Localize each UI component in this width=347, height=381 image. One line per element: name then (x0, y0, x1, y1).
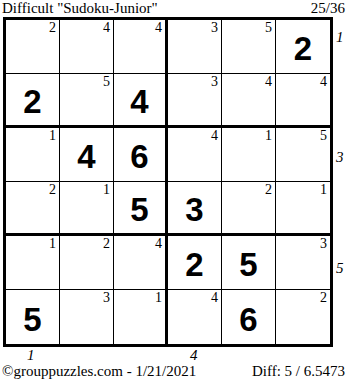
corner-clue: 4 (320, 74, 327, 89)
cell-r4c5[interactable]: 2 (222, 182, 276, 236)
corner-clue: 3 (211, 74, 218, 89)
row-label-5: 5 (336, 261, 344, 276)
given-digit: 4 (77, 140, 95, 173)
cell-r1c6[interactable]: 2 (276, 20, 330, 74)
cell-r4c6[interactable]: 1 (276, 182, 330, 236)
cell-r6c6[interactable]: 2 (276, 290, 330, 344)
corner-clue: 4 (155, 20, 162, 35)
cell-r3c5[interactable]: 1 (222, 128, 276, 182)
given-digit: 6 (130, 140, 148, 173)
cell-r1c3[interactable]: 4 (114, 20, 168, 74)
cell-r5c2[interactable]: 2 (60, 236, 114, 290)
corner-clue: 3 (320, 236, 327, 251)
page-title: Difficult "Sudoku-Junior" (2, 0, 158, 16)
given-digit: 2 (23, 85, 41, 118)
corner-clue: 3 (103, 290, 110, 305)
corner-clue: 2 (103, 236, 110, 251)
cell-r4c4[interactable]: 3 (168, 182, 222, 236)
sudoku-grid: 244352254344146415215321124253531462 (3, 17, 333, 347)
cell-r5c5[interactable]: 5 (222, 236, 276, 290)
cell-r3c1[interactable]: 1 (6, 128, 60, 182)
corner-clue: 4 (211, 128, 218, 143)
difficulty-text: Diff: 5 / 6.5473 (252, 363, 345, 379)
given-digit: 3 (185, 193, 203, 226)
given-digit: 2 (185, 248, 203, 281)
cell-r1c2[interactable]: 4 (60, 20, 114, 74)
cell-r3c4[interactable]: 4 (168, 128, 222, 182)
cell-r5c1[interactable]: 1 (6, 236, 60, 290)
corner-clue: 2 (320, 290, 327, 305)
cell-r5c6[interactable]: 3 (276, 236, 330, 290)
corner-clue: 5 (265, 20, 272, 35)
cell-r4c2[interactable]: 1 (60, 182, 114, 236)
corner-clue: 1 (49, 236, 56, 251)
given-digit: 6 (239, 303, 257, 336)
corner-clue: 1 (320, 182, 327, 197)
cell-r3c2[interactable]: 4 (60, 128, 114, 182)
corner-clue: 1 (49, 128, 56, 143)
cell-r5c3[interactable]: 4 (114, 236, 168, 290)
col-label-4: 4 (190, 348, 198, 363)
cell-r1c1[interactable]: 2 (6, 20, 60, 74)
corner-clue: 2 (49, 182, 56, 197)
corner-clue: 1 (155, 290, 162, 305)
cell-r4c1[interactable]: 2 (6, 182, 60, 236)
cell-r6c3[interactable]: 1 (114, 290, 168, 344)
given-digit: 4 (130, 85, 148, 118)
cell-r3c6[interactable]: 5 (276, 128, 330, 182)
corner-clue: 4 (103, 20, 110, 35)
cell-r3c3[interactable]: 6 (114, 128, 168, 182)
corner-clue: 1 (103, 182, 110, 197)
corner-clue: 1 (265, 128, 272, 143)
cell-r1c5[interactable]: 5 (222, 20, 276, 74)
row-label-1: 1 (336, 30, 344, 45)
clue-counter: 25/36 (311, 0, 345, 16)
copyright-text: ©grouppuzzles.com - 1/21/2021 (2, 363, 196, 379)
cell-r6c1[interactable]: 5 (6, 290, 60, 344)
corner-clue: 5 (320, 128, 327, 143)
cell-r5c4[interactable]: 2 (168, 236, 222, 290)
given-digit: 2 (294, 32, 312, 65)
corner-clue: 3 (211, 20, 218, 35)
corner-clue: 2 (49, 20, 56, 35)
corner-clue: 4 (155, 236, 162, 251)
col-label-1: 1 (27, 348, 35, 363)
cell-r1c4[interactable]: 3 (168, 20, 222, 74)
puzzle-page: Difficult "Sudoku-Junior" 25/36 24435225… (0, 0, 347, 381)
corner-clue: 4 (265, 74, 272, 89)
cell-r2c6[interactable]: 4 (276, 74, 330, 128)
given-digit: 5 (130, 193, 148, 226)
given-digit: 5 (239, 248, 257, 281)
given-digit: 5 (23, 303, 41, 336)
cell-r6c4[interactable]: 4 (168, 290, 222, 344)
cell-r6c5[interactable]: 6 (222, 290, 276, 344)
corner-clue: 2 (265, 182, 272, 197)
corner-clue: 4 (211, 290, 218, 305)
cell-r6c2[interactable]: 3 (60, 290, 114, 344)
corner-clue: 5 (103, 74, 110, 89)
cell-r2c5[interactable]: 4 (222, 74, 276, 128)
cell-r2c1[interactable]: 2 (6, 74, 60, 128)
row-label-3: 3 (336, 150, 344, 165)
cell-r2c2[interactable]: 5 (60, 74, 114, 128)
cell-r2c4[interactable]: 3 (168, 74, 222, 128)
cell-r4c3[interactable]: 5 (114, 182, 168, 236)
cell-r2c3[interactable]: 4 (114, 74, 168, 128)
